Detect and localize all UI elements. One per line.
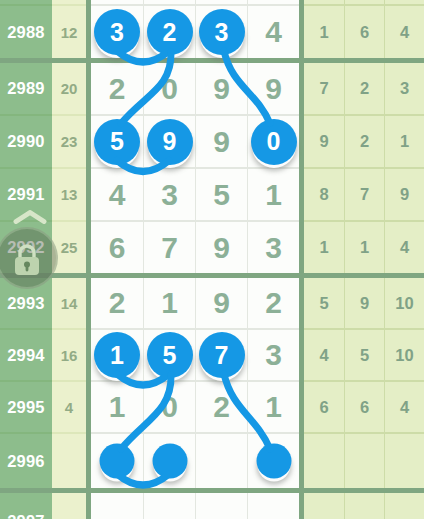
stat-cell (384, 493, 424, 519)
stat-cell: 5 (344, 330, 384, 380)
circled-digit: 5 (94, 119, 140, 165)
digit-cell[interactable]: 4 (91, 169, 143, 220)
digit-cell[interactable]: 2 (247, 278, 299, 328)
digit-cell[interactable] (143, 434, 195, 488)
draw-id (0, 0, 52, 4)
stat-cell: 2 (344, 116, 384, 167)
digit-cell[interactable]: 5 (195, 169, 247, 220)
draw-row-2988: 2988123234164 (0, 6, 424, 58)
digit-cell[interactable]: 3 (91, 6, 143, 58)
circled-digit: 2 (147, 9, 193, 55)
draw-row-2990: 2990235990921 (0, 116, 424, 167)
draw-row-2989: 2989202099723 (0, 63, 424, 114)
digit-cell (143, 0, 195, 4)
draw-rows-list: 2988123234164298920209972329902359909212… (0, 0, 424, 519)
stat-cell (344, 434, 384, 488)
draw-row-2997: 2997 (0, 493, 424, 519)
draw-id: 2988 (0, 6, 52, 58)
stat-cell (344, 493, 384, 519)
digit-cell[interactable]: 3 (247, 222, 299, 273)
circled-digit: 1 (94, 332, 140, 378)
digit-cell[interactable]: 2 (91, 63, 143, 114)
stat-cell: 3 (384, 63, 424, 114)
draw-id: 2996 (0, 434, 52, 488)
digit-cell[interactable] (195, 434, 247, 488)
draw-id: 2995 (0, 382, 52, 432)
draw-count: 4 (52, 382, 86, 432)
digit-cell[interactable]: 9 (195, 222, 247, 273)
digit-cell[interactable]: 9 (247, 63, 299, 114)
stat-cell: 1 (344, 222, 384, 273)
digit-cell[interactable]: 4 (247, 6, 299, 58)
stat-cell (344, 0, 384, 4)
circled-digit: 5 (147, 332, 193, 378)
marked-dot (256, 444, 291, 479)
draw-row-2994: 29941615734510 (0, 330, 424, 380)
stat-cell (384, 434, 424, 488)
digit-cell[interactable]: 0 (143, 63, 195, 114)
draw-row-partial-top (0, 0, 424, 4)
draw-count: 16 (52, 330, 86, 380)
digit-cell[interactable] (91, 434, 143, 488)
stat-cell: 6 (304, 382, 344, 432)
digit-cell[interactable] (91, 493, 143, 519)
digit-cell[interactable]: 9 (143, 116, 195, 167)
stat-cell: 8 (304, 169, 344, 220)
draw-count (52, 434, 86, 488)
digit-cell[interactable]: 1 (91, 382, 143, 432)
draw-count: 14 (52, 278, 86, 328)
stat-cell: 1 (384, 116, 424, 167)
draw-count: 20 (52, 63, 86, 114)
draw-id: 2997 (0, 493, 52, 519)
digit-cell[interactable]: 3 (247, 330, 299, 380)
digit-cell[interactable] (195, 493, 247, 519)
stat-cell: 10 (384, 330, 424, 380)
stat-cell: 10 (384, 278, 424, 328)
draw-id: 2990 (0, 116, 52, 167)
draw-row-2995: 299541021664 (0, 382, 424, 432)
digit-cell[interactable]: 1 (91, 330, 143, 380)
digit-cell[interactable]: 1 (247, 382, 299, 432)
lottery-history-screen: 2988123234164298920209972329902359909212… (0, 0, 424, 519)
stat-cell: 5 (304, 278, 344, 328)
digit-cell[interactable] (247, 434, 299, 488)
circled-digit: 3 (94, 9, 140, 55)
stat-cell: 7 (304, 63, 344, 114)
digit-cell (91, 0, 143, 4)
digit-cell[interactable]: 2 (143, 6, 195, 58)
chevron-up-icon[interactable] (13, 210, 47, 224)
marked-dot (152, 444, 187, 479)
digit-cell (247, 0, 299, 4)
circled-digit: 7 (199, 332, 245, 378)
stat-cell: 2 (344, 63, 384, 114)
stat-cell (384, 0, 424, 4)
digit-cell[interactable]: 2 (195, 382, 247, 432)
draw-row-2996: 2996 (0, 434, 424, 488)
draw-count (52, 0, 86, 4)
digit-cell[interactable]: 2 (91, 278, 143, 328)
digit-cell[interactable]: 1 (247, 169, 299, 220)
circled-digit: 3 (199, 9, 245, 55)
draw-row-2993: 29931421925910 (0, 278, 424, 328)
stat-cell (304, 434, 344, 488)
digit-cell[interactable]: 5 (143, 330, 195, 380)
stat-cell: 4 (384, 382, 424, 432)
stat-cell: 6 (344, 6, 384, 58)
digit-cell[interactable]: 9 (195, 278, 247, 328)
digit-cell[interactable]: 9 (195, 63, 247, 114)
digit-cell (195, 0, 247, 4)
draw-id: 2994 (0, 330, 52, 380)
draw-count (52, 493, 86, 519)
stat-cell: 9 (384, 169, 424, 220)
lock-icon (11, 242, 43, 282)
circled-digit: 0 (251, 119, 297, 165)
digit-cell[interactable]: 3 (195, 6, 247, 58)
draw-row-2992: 2992256793114 (0, 222, 424, 273)
draw-count: 12 (52, 6, 86, 58)
stat-cell: 9 (304, 116, 344, 167)
draw-id: 2989 (0, 63, 52, 114)
stat-cell (304, 0, 344, 4)
digit-cell[interactable]: 7 (195, 330, 247, 380)
circled-digit: 9 (147, 119, 193, 165)
stat-cell: 4 (384, 222, 424, 273)
stat-cell: 4 (384, 6, 424, 58)
digit-cell[interactable]: 6 (91, 222, 143, 273)
digit-cell[interactable]: 9 (195, 116, 247, 167)
stat-cell (304, 493, 344, 519)
draw-row-2991: 2991134351879 (0, 169, 424, 220)
marked-dot (100, 444, 135, 479)
digit-cell[interactable]: 3 (143, 169, 195, 220)
digit-cell[interactable] (143, 493, 195, 519)
draw-count: 23 (52, 116, 86, 167)
digit-cell[interactable]: 0 (143, 382, 195, 432)
digit-cell[interactable]: 1 (143, 278, 195, 328)
stat-cell: 1 (304, 6, 344, 58)
digit-cell[interactable] (247, 493, 299, 519)
stat-cell: 7 (344, 169, 384, 220)
stat-cell: 4 (304, 330, 344, 380)
digit-cell[interactable]: 7 (143, 222, 195, 273)
digit-cell[interactable]: 0 (247, 116, 299, 167)
stat-cell: 6 (344, 382, 384, 432)
digit-cell[interactable]: 5 (91, 116, 143, 167)
stat-cell: 1 (304, 222, 344, 273)
stat-cell: 9 (344, 278, 384, 328)
draw-count: 13 (52, 169, 86, 220)
